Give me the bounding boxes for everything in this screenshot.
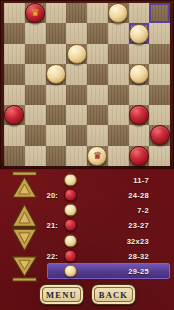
move-row[interactable]: 7-2 [0, 203, 174, 218]
square-r6c2[interactable] [25, 105, 46, 125]
square-r8c7[interactable] [129, 146, 150, 166]
king-crown-icon: ♛ [88, 147, 106, 165]
square-r3c4[interactable] [66, 44, 87, 64]
white-piece-icon [64, 265, 77, 278]
square-r5c5[interactable] [87, 85, 108, 105]
white-man[interactable] [129, 24, 149, 44]
move-row[interactable]: 20:24-28 [0, 187, 174, 202]
square-r2c3[interactable] [46, 23, 67, 43]
board-frame: ♛♛ [0, 0, 174, 169]
red-piece-icon [64, 249, 77, 262]
square-r5c6[interactable] [108, 85, 129, 105]
move-text: 32x23 [127, 236, 149, 245]
square-r3c5[interactable] [87, 44, 108, 64]
king-crown-icon: ♛ [26, 4, 44, 22]
square-r4c5[interactable] [87, 64, 108, 84]
square-r6c4[interactable] [66, 105, 87, 125]
square-r2c4[interactable] [66, 23, 87, 43]
square-r8c8[interactable] [149, 146, 170, 166]
square-r7c5[interactable] [87, 125, 108, 145]
square-r7c2[interactable] [25, 125, 46, 145]
red-king[interactable]: ♛ [25, 3, 45, 23]
white-man[interactable] [108, 3, 128, 23]
square-r6c1[interactable] [4, 105, 25, 125]
square-r6c3[interactable] [46, 105, 67, 125]
square-r6c8[interactable] [149, 105, 170, 125]
move-number: 22: [47, 251, 58, 260]
checkers-app-screen: ♛♛ 11-720:24-287-221:23-2732x2322:28-322… [0, 0, 174, 310]
move-row[interactable]: 32x23 [0, 233, 174, 248]
square-r2c6[interactable] [108, 23, 129, 43]
move-row[interactable]: 11-7 [0, 172, 174, 187]
square-r1c2[interactable]: ♛ [25, 3, 46, 23]
white-piece-icon [64, 234, 77, 247]
square-r4c3[interactable] [46, 64, 67, 84]
red-man[interactable] [129, 146, 149, 166]
white-king[interactable]: ♛ [87, 146, 107, 166]
square-r5c8[interactable] [149, 85, 170, 105]
square-r2c5[interactable] [87, 23, 108, 43]
move-row[interactable]: 21:23-27 [0, 218, 174, 233]
move-row[interactable]: 22:28-32 [0, 248, 174, 263]
white-man[interactable] [46, 64, 66, 84]
red-piece-icon [64, 219, 77, 232]
square-r4c2[interactable] [25, 64, 46, 84]
square-r6c6[interactable] [108, 105, 129, 125]
square-r8c5[interactable]: ♛ [87, 146, 108, 166]
white-man[interactable] [129, 64, 149, 84]
square-r7c4[interactable] [66, 125, 87, 145]
square-r2c8[interactable] [149, 23, 170, 43]
square-r5c2[interactable] [25, 85, 46, 105]
square-r1c6[interactable] [108, 3, 129, 23]
checkers-board: ♛♛ [4, 3, 170, 166]
move-text: 24-28 [128, 190, 149, 199]
square-r1c4[interactable] [66, 3, 87, 23]
red-piece-icon [64, 188, 77, 201]
square-r3c3[interactable] [46, 44, 67, 64]
white-piece-icon [64, 204, 77, 217]
square-r7c8[interactable] [149, 125, 170, 145]
move-text: 7-2 [137, 206, 149, 215]
square-r5c7[interactable] [129, 85, 150, 105]
square-r6c5[interactable] [87, 105, 108, 125]
menu-button[interactable]: MENU [39, 284, 84, 305]
red-man[interactable] [129, 105, 149, 125]
move-text: 23-27 [128, 221, 149, 230]
back-button[interactable]: BACK [91, 284, 136, 305]
square-r6c7[interactable] [129, 105, 150, 125]
square-r7c7[interactable] [129, 125, 150, 145]
square-r7c6[interactable] [108, 125, 129, 145]
square-r3c6[interactable] [108, 44, 129, 64]
square-r2c2[interactable] [25, 23, 46, 43]
square-r8c6[interactable] [108, 146, 129, 166]
move-row[interactable]: 29-25 [0, 264, 174, 279]
square-r4c6[interactable] [108, 64, 129, 84]
square-r4c4[interactable] [66, 64, 87, 84]
square-r5c4[interactable] [66, 85, 87, 105]
white-man[interactable] [67, 44, 87, 64]
square-r1c5[interactable] [87, 3, 108, 23]
move-number: 21: [47, 221, 58, 230]
square-r4c1[interactable] [4, 64, 25, 84]
square-r8c1[interactable] [4, 146, 25, 166]
square-r3c7[interactable] [129, 44, 150, 64]
move-text: 29-25 [128, 267, 149, 276]
red-man[interactable] [150, 125, 170, 145]
move-text: 28-32 [128, 251, 149, 260]
square-r3c1[interactable] [4, 44, 25, 64]
square-r8c3[interactable] [46, 146, 67, 166]
square-r2c1[interactable] [4, 23, 25, 43]
red-man[interactable] [4, 105, 24, 125]
square-r7c1[interactable] [4, 125, 25, 145]
square-r4c8[interactable] [149, 64, 170, 84]
square-r1c7[interactable] [129, 3, 150, 23]
square-r5c1[interactable] [4, 85, 25, 105]
white-piece-icon [64, 173, 77, 186]
move-number: 20: [47, 190, 58, 199]
square-r8c2[interactable] [25, 146, 46, 166]
square-r4c7[interactable] [129, 64, 150, 84]
square-r1c8[interactable] [149, 3, 170, 23]
move-text: 11-7 [133, 175, 149, 184]
square-r1c3[interactable] [46, 3, 67, 23]
square-r3c2[interactable] [25, 44, 46, 64]
square-r2c7[interactable] [129, 23, 150, 43]
square-r3c8[interactable] [149, 44, 170, 64]
square-r8c4[interactable] [66, 146, 87, 166]
square-r1c1[interactable] [4, 3, 25, 23]
square-r5c3[interactable] [46, 85, 67, 105]
square-r7c3[interactable] [46, 125, 67, 145]
